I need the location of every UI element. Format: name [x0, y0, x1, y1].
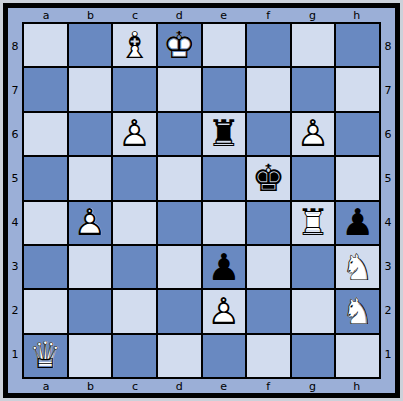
square-b3[interactable] — [69, 246, 112, 288]
square-a4[interactable] — [24, 202, 67, 244]
black-rook[interactable]: ♜ — [203, 113, 246, 155]
square-a7[interactable] — [24, 68, 67, 110]
square-g7[interactable] — [292, 68, 335, 110]
square-e8[interactable] — [203, 24, 246, 66]
piece-outline-layer: ♔ — [158, 24, 201, 66]
file-label-c: c — [113, 379, 157, 393]
square-g5[interactable] — [292, 157, 335, 199]
square-b4[interactable]: ♟♙ — [69, 202, 112, 244]
piece-fill-layer: ♚ — [247, 157, 290, 199]
square-d7[interactable] — [158, 68, 201, 110]
piece-outline-layer: ♙ — [203, 290, 246, 332]
file-label-g: g — [290, 379, 334, 393]
file-label-a: a — [24, 379, 68, 393]
square-h1[interactable] — [336, 335, 379, 377]
file-label-b: b — [68, 379, 112, 393]
square-h6[interactable] — [336, 113, 379, 155]
square-f6[interactable] — [247, 113, 290, 155]
rank-label-3: 3 — [8, 245, 22, 289]
white-bishop[interactable]: ♝♗ — [113, 24, 156, 66]
black-pawn[interactable]: ♟ — [336, 202, 379, 244]
rank-label-8: 8 — [381, 24, 395, 68]
white-knight[interactable]: ♞♘ — [336, 246, 379, 288]
square-e5[interactable] — [203, 157, 246, 199]
rank-label-5: 5 — [381, 156, 395, 200]
square-c1[interactable] — [113, 335, 156, 377]
square-e6[interactable]: ♜ — [203, 113, 246, 155]
rank-labels-left: 87654321 — [8, 22, 22, 379]
piece-outline-layer: ♕ — [24, 335, 67, 377]
file-label-c: c — [113, 8, 157, 22]
coordinate-margin: abcdefgh 87654321 ♝♗♚♔♟♙♜♟♙♚♟♙♜♖♟♟♞♘♟♙♞♘… — [8, 8, 395, 393]
chess-board: ♝♗♚♔♟♙♜♟♙♚♟♙♜♖♟♟♞♘♟♙♞♘♛♕ — [22, 22, 381, 379]
piece-fill-layer: ♟ — [203, 246, 246, 288]
board-frame: abcdefgh 87654321 ♝♗♚♔♟♙♜♟♙♚♟♙♜♖♟♟♞♘♟♙♞♘… — [3, 3, 400, 398]
square-b5[interactable] — [69, 157, 112, 199]
square-g1[interactable] — [292, 335, 335, 377]
file-labels-bottom: abcdefgh — [22, 379, 381, 393]
rank-labels-right: 87654321 — [381, 22, 395, 379]
file-label-b: b — [68, 8, 112, 22]
square-d3[interactable] — [158, 246, 201, 288]
rank-label-7: 7 — [381, 68, 395, 112]
square-f4[interactable] — [247, 202, 290, 244]
square-f7[interactable] — [247, 68, 290, 110]
piece-outline-layer: ♗ — [113, 24, 156, 66]
square-d2[interactable] — [158, 290, 201, 332]
rank-label-8: 8 — [8, 24, 22, 68]
square-d6[interactable] — [158, 113, 201, 155]
square-b2[interactable] — [69, 290, 112, 332]
square-h8[interactable] — [336, 24, 379, 66]
file-label-d: d — [157, 8, 201, 22]
black-pawn[interactable]: ♟ — [203, 246, 246, 288]
square-a5[interactable] — [24, 157, 67, 199]
rank-label-2: 2 — [8, 289, 22, 333]
rank-label-7: 7 — [8, 68, 22, 112]
square-d8[interactable]: ♚♔ — [158, 24, 201, 66]
square-c4[interactable] — [113, 202, 156, 244]
white-pawn[interactable]: ♟♙ — [113, 113, 156, 155]
white-pawn[interactable]: ♟♙ — [292, 113, 335, 155]
square-g3[interactable] — [292, 246, 335, 288]
square-f3[interactable] — [247, 246, 290, 288]
piece-outline-layer: ♘ — [336, 246, 379, 288]
square-c3[interactable] — [113, 246, 156, 288]
white-king[interactable]: ♚♔ — [158, 24, 201, 66]
white-queen[interactable]: ♛♕ — [24, 335, 67, 377]
square-a6[interactable] — [24, 113, 67, 155]
file-label-e: e — [202, 379, 246, 393]
file-label-g: g — [290, 8, 334, 22]
square-f2[interactable] — [247, 290, 290, 332]
piece-outline-layer: ♖ — [292, 202, 335, 244]
square-e2[interactable]: ♟♙ — [203, 290, 246, 332]
square-h5[interactable] — [336, 157, 379, 199]
square-e1[interactable] — [203, 335, 246, 377]
square-d4[interactable] — [158, 202, 201, 244]
white-pawn[interactable]: ♟♙ — [203, 290, 246, 332]
file-label-f: f — [246, 379, 290, 393]
square-h3[interactable]: ♞♘ — [336, 246, 379, 288]
rank-label-1: 1 — [381, 333, 395, 377]
file-label-h: h — [335, 379, 379, 393]
square-e3[interactable]: ♟ — [203, 246, 246, 288]
square-c5[interactable] — [113, 157, 156, 199]
square-c7[interactable] — [113, 68, 156, 110]
rank-label-5: 5 — [8, 156, 22, 200]
piece-fill-layer: ♜ — [203, 113, 246, 155]
square-b7[interactable] — [69, 68, 112, 110]
piece-outline-layer: ♙ — [113, 113, 156, 155]
square-d1[interactable] — [158, 335, 201, 377]
square-a3[interactable] — [24, 246, 67, 288]
square-c8[interactable]: ♝♗ — [113, 24, 156, 66]
piece-outline-layer: ♙ — [69, 202, 112, 244]
file-labels-top: abcdefgh — [22, 8, 381, 22]
square-b1[interactable] — [69, 335, 112, 377]
square-h7[interactable] — [336, 68, 379, 110]
file-label-a: a — [24, 8, 68, 22]
square-f1[interactable] — [247, 335, 290, 377]
piece-outline-layer: ♙ — [292, 113, 335, 155]
white-rook[interactable]: ♜♖ — [292, 202, 335, 244]
square-h2[interactable]: ♞♘ — [336, 290, 379, 332]
square-g8[interactable] — [292, 24, 335, 66]
file-label-f: f — [246, 8, 290, 22]
file-label-h: h — [335, 8, 379, 22]
square-e7[interactable] — [203, 68, 246, 110]
rank-label-4: 4 — [8, 201, 22, 245]
square-g4[interactable]: ♜♖ — [292, 202, 335, 244]
rank-label-4: 4 — [381, 201, 395, 245]
file-label-d: d — [157, 379, 201, 393]
rank-label-1: 1 — [8, 333, 22, 377]
square-g6[interactable]: ♟♙ — [292, 113, 335, 155]
black-king[interactable]: ♚ — [247, 157, 290, 199]
rank-label-6: 6 — [8, 112, 22, 156]
rank-label-2: 2 — [381, 289, 395, 333]
piece-outline-layer: ♘ — [336, 290, 379, 332]
rank-label-6: 6 — [381, 112, 395, 156]
white-pawn[interactable]: ♟♙ — [69, 202, 112, 244]
square-e4[interactable] — [203, 202, 246, 244]
piece-fill-layer: ♟ — [336, 202, 379, 244]
square-f5[interactable]: ♚ — [247, 157, 290, 199]
file-label-e: e — [202, 8, 246, 22]
square-f8[interactable] — [247, 24, 290, 66]
square-c2[interactable] — [113, 290, 156, 332]
square-a1[interactable]: ♛♕ — [24, 335, 67, 377]
square-a8[interactable] — [24, 24, 67, 66]
square-g2[interactable] — [292, 290, 335, 332]
square-a2[interactable] — [24, 290, 67, 332]
square-b6[interactable] — [69, 113, 112, 155]
white-knight[interactable]: ♞♘ — [336, 290, 379, 332]
square-b8[interactable] — [69, 24, 112, 66]
square-c6[interactable]: ♟♙ — [113, 113, 156, 155]
diagram-outer-edge: abcdefgh 87654321 ♝♗♚♔♟♙♜♟♙♚♟♙♜♖♟♟♞♘♟♙♞♘… — [0, 0, 403, 401]
square-d5[interactable] — [158, 157, 201, 199]
rank-label-3: 3 — [381, 245, 395, 289]
square-h4[interactable]: ♟ — [336, 202, 379, 244]
